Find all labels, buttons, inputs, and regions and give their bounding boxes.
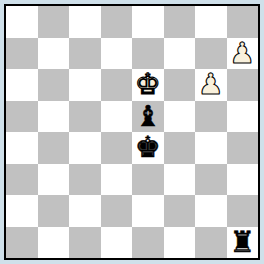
black-king-piece[interactable]: ♚ — [135, 133, 161, 162]
square-f2[interactable] — [164, 195, 196, 227]
square-g7[interactable] — [195, 38, 227, 70]
square-h3[interactable] — [227, 164, 259, 196]
square-d3[interactable] — [101, 164, 133, 196]
square-h2[interactable] — [227, 195, 259, 227]
square-g3[interactable] — [195, 164, 227, 196]
square-h7[interactable]: ♟ — [227, 38, 259, 70]
square-a5[interactable] — [6, 101, 38, 133]
square-c3[interactable] — [69, 164, 101, 196]
square-f5[interactable] — [164, 101, 196, 133]
square-e1[interactable] — [132, 227, 164, 259]
square-b2[interactable] — [38, 195, 70, 227]
square-f7[interactable] — [164, 38, 196, 70]
black-rook-piece[interactable]: ♜ — [229, 228, 255, 257]
square-d1[interactable] — [101, 227, 133, 259]
square-a3[interactable] — [6, 164, 38, 196]
black-bishop-piece[interactable]: ♝ — [135, 102, 161, 131]
square-h6[interactable] — [227, 69, 259, 101]
square-b8[interactable] — [38, 6, 70, 38]
square-d4[interactable] — [101, 132, 133, 164]
square-a7[interactable] — [6, 38, 38, 70]
square-f4[interactable] — [164, 132, 196, 164]
square-d2[interactable] — [101, 195, 133, 227]
square-e8[interactable] — [132, 6, 164, 38]
square-a2[interactable] — [6, 195, 38, 227]
square-f1[interactable] — [164, 227, 196, 259]
square-f8[interactable] — [164, 6, 196, 38]
square-h8[interactable] — [227, 6, 259, 38]
square-c6[interactable] — [69, 69, 101, 101]
square-e5[interactable]: ♝ — [132, 101, 164, 133]
square-c7[interactable] — [69, 38, 101, 70]
square-g1[interactable] — [195, 227, 227, 259]
square-d7[interactable] — [101, 38, 133, 70]
square-h5[interactable] — [227, 101, 259, 133]
square-b6[interactable] — [38, 69, 70, 101]
square-e7[interactable] — [132, 38, 164, 70]
square-b1[interactable] — [38, 227, 70, 259]
square-g6[interactable]: ♟ — [195, 69, 227, 101]
square-f6[interactable] — [164, 69, 196, 101]
square-e4[interactable]: ♚ — [132, 132, 164, 164]
square-h1[interactable]: ♜ — [227, 227, 259, 259]
square-a4[interactable] — [6, 132, 38, 164]
square-a6[interactable] — [6, 69, 38, 101]
square-g8[interactable] — [195, 6, 227, 38]
diagram-margin: ♟♚♟♝♚♜ — [0, 0, 264, 264]
white-pawn-piece[interactable]: ♟ — [198, 70, 224, 99]
square-g2[interactable] — [195, 195, 227, 227]
square-a1[interactable] — [6, 227, 38, 259]
square-g4[interactable] — [195, 132, 227, 164]
square-d8[interactable] — [101, 6, 133, 38]
square-e2[interactable] — [132, 195, 164, 227]
square-b7[interactable] — [38, 38, 70, 70]
white-king-piece[interactable]: ♚ — [135, 70, 161, 99]
square-b4[interactable] — [38, 132, 70, 164]
square-a8[interactable] — [6, 6, 38, 38]
square-g5[interactable] — [195, 101, 227, 133]
white-pawn-piece[interactable]: ♟ — [229, 39, 255, 68]
square-c1[interactable] — [69, 227, 101, 259]
square-d5[interactable] — [101, 101, 133, 133]
square-b3[interactable] — [38, 164, 70, 196]
square-e3[interactable] — [132, 164, 164, 196]
square-c2[interactable] — [69, 195, 101, 227]
square-f3[interactable] — [164, 164, 196, 196]
chess-board: ♟♚♟♝♚♜ — [4, 4, 260, 260]
square-c4[interactable] — [69, 132, 101, 164]
square-b5[interactable] — [38, 101, 70, 133]
square-c5[interactable] — [69, 101, 101, 133]
square-d6[interactable] — [101, 69, 133, 101]
square-h4[interactable] — [227, 132, 259, 164]
square-c8[interactable] — [69, 6, 101, 38]
square-e6[interactable]: ♚ — [132, 69, 164, 101]
